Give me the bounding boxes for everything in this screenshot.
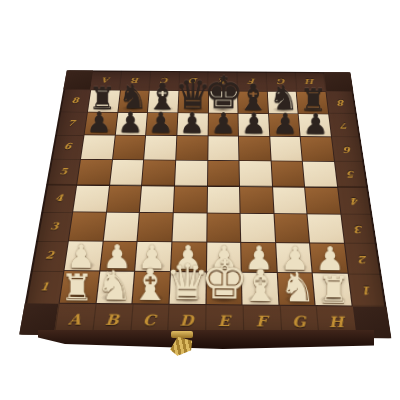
square-g4[interactable] [273,187,307,214]
file-label: G [266,72,297,92]
square-h7[interactable]: ♟ [299,114,331,137]
rank-label: 8 [326,91,356,113]
square-g6[interactable] [270,137,302,161]
square-e4[interactable] [207,186,240,213]
chess-set-photo: ABCDEFGH ABCDEFGH 87654321 87654321 ♜♞♝♛… [0,0,400,400]
rank-label: 4 [338,187,372,215]
square-c6[interactable] [144,136,176,160]
file-label: B [120,71,151,90]
file-label: E [208,71,238,90]
file-labels-top: ABCDEFGH [90,70,326,91]
square-d3[interactable] [172,213,206,241]
rank-label: 5 [335,161,368,187]
square-c4[interactable] [140,186,174,213]
square-f4[interactable] [240,187,273,214]
square-b6[interactable] [113,136,146,160]
brass-clasp-icon[interactable] [166,331,198,357]
square-h4[interactable] [305,187,340,214]
rank-label: 6 [51,135,84,160]
box-side-panel [38,330,374,349]
square-d6[interactable] [176,136,207,160]
square-h6[interactable] [301,137,334,161]
rank-label: 6 [332,137,364,162]
square-d4[interactable] [174,186,207,213]
square-a4[interactable] [73,185,108,212]
square-h1[interactable]: ♜ [313,274,351,306]
file-label: A [90,70,122,89]
rank-label: 4 [41,185,76,212]
piece-white-rook[interactable]: ♜ [46,269,109,305]
square-f6[interactable] [239,137,270,161]
squares: ♜♞♝♛♚♝♞♜♟♟♟♟♟♟♟♟♟♟♟♟♟♟♟♟♜♞♝♛♚♝♞♜ [58,90,352,307]
square-h3[interactable] [308,214,344,242]
piece-white-rook[interactable]: ♜ [303,272,366,308]
square-e6[interactable] [208,136,239,160]
file-label: H [295,72,326,92]
square-a1[interactable]: ♜ [60,271,99,303]
square-b4[interactable] [107,186,142,213]
rank-label: 7 [329,114,360,137]
chess-board: ABCDEFGH ABCDEFGH 87654321 87654321 ♜♞♝♛… [19,70,391,338]
square-b3[interactable] [103,213,139,241]
file-label: D [179,71,209,90]
file-label: F [237,71,267,90]
clasp-plate [171,331,193,338]
square-e3[interactable] [207,214,240,242]
file-label: C [149,71,179,90]
square-a6[interactable] [81,135,114,159]
